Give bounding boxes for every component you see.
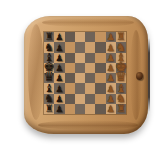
black-pawn[interactable]: ♟: [55, 85, 63, 94]
square[interactable]: ♟: [106, 63, 116, 73]
square[interactable]: [75, 53, 85, 63]
white-king[interactable]: ♚: [115, 60, 127, 73]
square[interactable]: [95, 63, 105, 73]
black-knight[interactable]: ♞: [44, 42, 54, 53]
square[interactable]: ♟: [106, 83, 116, 93]
square[interactable]: [65, 104, 75, 114]
black-queen[interactable]: ♛: [43, 70, 55, 83]
white-pawn[interactable]: ♟: [107, 105, 115, 114]
black-pawn[interactable]: ♟: [55, 33, 63, 42]
square[interactable]: ♟: [54, 42, 64, 52]
square[interactable]: ♝: [44, 83, 54, 93]
square[interactable]: ♝: [116, 83, 126, 93]
black-king[interactable]: ♚: [43, 60, 55, 73]
black-bishop[interactable]: ♝: [44, 52, 54, 63]
square[interactable]: [85, 73, 95, 83]
square[interactable]: ♟: [54, 53, 64, 63]
square[interactable]: ♟: [106, 32, 116, 42]
olive-wood-board: ♜♟♟♜♞♟♟♞♝♟♟♝♚♟♟♚♛♟♟♛♝♟♟♝♞♟♟♞♜♟♟♜: [24, 16, 148, 134]
square[interactable]: [65, 53, 75, 63]
square[interactable]: [95, 104, 105, 114]
black-pawn[interactable]: ♟: [55, 74, 63, 83]
square[interactable]: ♞: [44, 42, 54, 52]
white-pawn[interactable]: ♟: [107, 33, 115, 42]
white-bishop[interactable]: ♝: [116, 83, 126, 94]
square[interactable]: ♚: [116, 63, 126, 73]
square[interactable]: [75, 42, 85, 52]
chess-board[interactable]: ♜♟♟♜♞♟♟♞♝♟♟♝♚♟♟♚♛♟♟♛♝♟♟♝♞♟♟♞♜♟♟♜: [44, 32, 126, 114]
square[interactable]: ♜: [44, 104, 54, 114]
square[interactable]: [75, 73, 85, 83]
square[interactable]: ♟: [54, 83, 64, 93]
square[interactable]: [95, 94, 105, 104]
square[interactable]: ♟: [106, 53, 116, 63]
white-pawn[interactable]: ♟: [107, 85, 115, 94]
square[interactable]: [95, 53, 105, 63]
wood-grain-streak: [28, 24, 44, 120]
square[interactable]: ♟: [54, 104, 64, 114]
square[interactable]: ♟: [54, 63, 64, 73]
square[interactable]: [75, 104, 85, 114]
square[interactable]: ♛: [116, 73, 126, 83]
square[interactable]: ♞: [44, 94, 54, 104]
board-edge-shadow: [148, 38, 150, 112]
square[interactable]: ♟: [106, 94, 116, 104]
square[interactable]: [85, 104, 95, 114]
square[interactable]: ♝: [44, 53, 54, 63]
square[interactable]: ♜: [116, 32, 126, 42]
square[interactable]: [85, 83, 95, 93]
square[interactable]: ♟: [54, 32, 64, 42]
square[interactable]: ♟: [54, 73, 64, 83]
white-pawn[interactable]: ♟: [107, 64, 115, 73]
square[interactable]: ♛: [44, 73, 54, 83]
white-bishop[interactable]: ♝: [116, 52, 126, 63]
wood-grain-streak: [38, 120, 138, 130]
square[interactable]: [95, 32, 105, 42]
square[interactable]: ♞: [116, 42, 126, 52]
square[interactable]: [95, 83, 105, 93]
white-pawn[interactable]: ♟: [107, 95, 115, 104]
square[interactable]: [85, 32, 95, 42]
black-bishop[interactable]: ♝: [44, 83, 54, 94]
drawer-knob[interactable]: [136, 72, 143, 80]
square[interactable]: [65, 32, 75, 42]
square[interactable]: [85, 63, 95, 73]
square[interactable]: [65, 83, 75, 93]
white-pawn[interactable]: ♟: [107, 44, 115, 53]
square[interactable]: ♞: [116, 94, 126, 104]
black-pawn[interactable]: ♟: [55, 64, 63, 73]
square[interactable]: [65, 42, 75, 52]
square[interactable]: ♜: [44, 32, 54, 42]
square[interactable]: [75, 32, 85, 42]
black-pawn[interactable]: ♟: [55, 54, 63, 63]
square[interactable]: ♟: [106, 42, 116, 52]
black-pawn[interactable]: ♟: [55, 44, 63, 53]
square[interactable]: [85, 53, 95, 63]
square[interactable]: [75, 63, 85, 73]
photo-background: ♜♟♟♜♞♟♟♞♝♟♟♝♚♟♟♚♛♟♟♛♝♟♟♝♞♟♟♞♜♟♟♜: [0, 0, 160, 160]
square[interactable]: [65, 94, 75, 104]
white-rook[interactable]: ♜: [116, 32, 125, 42]
white-pawn[interactable]: ♟: [107, 74, 115, 83]
white-knight[interactable]: ♞: [116, 42, 126, 53]
black-rook[interactable]: ♜: [45, 32, 54, 42]
black-pawn[interactable]: ♟: [55, 95, 63, 104]
square[interactable]: [65, 63, 75, 73]
black-pawn[interactable]: ♟: [55, 105, 63, 114]
white-queen[interactable]: ♛: [115, 70, 127, 83]
black-knight[interactable]: ♞: [44, 93, 54, 104]
square[interactable]: [75, 83, 85, 93]
wood-grain-streak: [42, 18, 134, 27]
black-rook[interactable]: ♜: [45, 104, 54, 114]
square[interactable]: ♜: [116, 104, 126, 114]
white-knight[interactable]: ♞: [116, 93, 126, 104]
square[interactable]: ♝: [116, 53, 126, 63]
square[interactable]: [95, 73, 105, 83]
square[interactable]: ♚: [44, 63, 54, 73]
square[interactable]: [65, 73, 75, 83]
square[interactable]: ♟: [54, 94, 64, 104]
square[interactable]: [85, 42, 95, 52]
white-rook[interactable]: ♜: [116, 104, 125, 114]
square[interactable]: [75, 94, 85, 104]
square[interactable]: [85, 94, 95, 104]
white-pawn[interactable]: ♟: [107, 54, 115, 63]
square[interactable]: [95, 42, 105, 52]
square[interactable]: ♟: [106, 73, 116, 83]
square[interactable]: ♟: [106, 104, 116, 114]
